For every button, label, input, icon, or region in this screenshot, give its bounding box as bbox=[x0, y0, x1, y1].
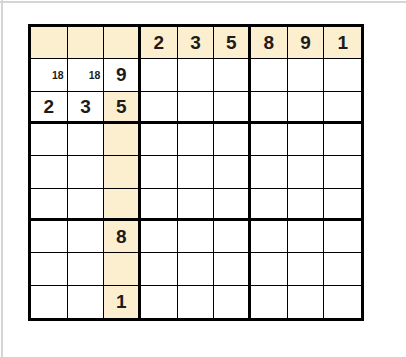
grid-cell-r1c2[interactable]: 9 bbox=[104, 59, 141, 91]
grid-cell-r2c7[interactable] bbox=[288, 92, 325, 124]
grid-cell-r4c8[interactable] bbox=[324, 156, 361, 188]
grid-cell-r1c8[interactable] bbox=[324, 59, 361, 91]
grid-cell-r7c5[interactable] bbox=[214, 253, 251, 285]
grid-cell-r8c2[interactable]: 1 bbox=[104, 286, 141, 318]
grid-cell-r7c8[interactable] bbox=[324, 253, 361, 285]
grid-cell-r4c4[interactable] bbox=[178, 156, 215, 188]
grid-cell-r4c0[interactable] bbox=[31, 156, 68, 188]
grid-cell-r6c2[interactable]: 8 bbox=[104, 221, 141, 253]
grid-cell-r7c3[interactable] bbox=[141, 253, 178, 285]
grid-cell-r4c1[interactable] bbox=[68, 156, 105, 188]
grid-cell-r2c6[interactable] bbox=[251, 92, 288, 124]
window-edge-left bbox=[1, 0, 3, 357]
grid-cell-r8c8[interactable] bbox=[324, 286, 361, 318]
sudoku-board: 2358911818923581 bbox=[28, 24, 364, 321]
grid-cell-r4c6[interactable] bbox=[251, 156, 288, 188]
grid-cell-r5c4[interactable] bbox=[178, 189, 215, 221]
grid-cell-r5c5[interactable] bbox=[214, 189, 251, 221]
grid-cell-r6c6[interactable] bbox=[251, 221, 288, 253]
grid-cell-r5c6[interactable] bbox=[251, 189, 288, 221]
grid-cell-r4c3[interactable] bbox=[141, 156, 178, 188]
grid-cell-r2c2[interactable]: 5 bbox=[104, 92, 141, 124]
grid-cell-r5c8[interactable] bbox=[324, 189, 361, 221]
grid-cell-r4c5[interactable] bbox=[214, 156, 251, 188]
grid-cell-r8c3[interactable] bbox=[141, 286, 178, 318]
grid-cell-r6c7[interactable] bbox=[288, 221, 325, 253]
grid-cell-r0c2[interactable] bbox=[104, 27, 141, 59]
grid-cell-r2c3[interactable] bbox=[141, 92, 178, 124]
grid-cell-r7c6[interactable] bbox=[251, 253, 288, 285]
grid-cell-r5c1[interactable] bbox=[68, 189, 105, 221]
grid-cell-r2c5[interactable] bbox=[214, 92, 251, 124]
grid-cell-r8c5[interactable] bbox=[214, 286, 251, 318]
grid-cell-r0c8[interactable]: 1 bbox=[324, 27, 361, 59]
grid-cell-r8c4[interactable] bbox=[178, 286, 215, 318]
grid-cell-r0c7[interactable]: 9 bbox=[288, 27, 325, 59]
grid-cell-r4c2[interactable] bbox=[104, 156, 141, 188]
grid-cell-r0c1[interactable] bbox=[68, 27, 105, 59]
grid-cell-r3c3[interactable] bbox=[141, 124, 178, 156]
grid-cell-r1c4[interactable] bbox=[178, 59, 215, 91]
grid-cell-r6c4[interactable] bbox=[178, 221, 215, 253]
grid-cell-r3c1[interactable] bbox=[68, 124, 105, 156]
grid-cell-r2c4[interactable] bbox=[178, 92, 215, 124]
grid-cell-r1c1[interactable]: 18 bbox=[68, 59, 105, 91]
window-edge-top bbox=[0, 1, 406, 3]
grid-cell-r8c6[interactable] bbox=[251, 286, 288, 318]
grid-cell-r1c0[interactable]: 18 bbox=[31, 59, 68, 91]
grid-cell-r7c1[interactable] bbox=[68, 253, 105, 285]
grid-cell-r7c2[interactable] bbox=[104, 253, 141, 285]
grid-cell-r0c3[interactable]: 2 bbox=[141, 27, 178, 59]
grid-cell-r1c6[interactable] bbox=[251, 59, 288, 91]
grid-cell-r0c6[interactable]: 8 bbox=[251, 27, 288, 59]
grid-cell-r5c3[interactable] bbox=[141, 189, 178, 221]
grid-cell-r3c6[interactable] bbox=[251, 124, 288, 156]
grid-cell-r6c3[interactable] bbox=[141, 221, 178, 253]
grid-cell-r6c8[interactable] bbox=[324, 221, 361, 253]
grid-cell-r1c7[interactable] bbox=[288, 59, 325, 91]
grid-cell-r3c2[interactable] bbox=[104, 124, 141, 156]
grid-cell-r3c8[interactable] bbox=[324, 124, 361, 156]
grid-cell-r7c4[interactable] bbox=[178, 253, 215, 285]
grid-cell-r5c2[interactable] bbox=[104, 189, 141, 221]
grid-cell-r5c0[interactable] bbox=[31, 189, 68, 221]
grid-cell-r6c5[interactable] bbox=[214, 221, 251, 253]
grid-cell-r2c1[interactable]: 3 bbox=[68, 92, 105, 124]
grid-cell-r1c5[interactable] bbox=[214, 59, 251, 91]
grid-cell-r3c4[interactable] bbox=[178, 124, 215, 156]
grid-cell-r3c5[interactable] bbox=[214, 124, 251, 156]
screenshot-canvas: 2358911818923581 bbox=[0, 0, 406, 357]
grid-cell-r7c0[interactable] bbox=[31, 253, 68, 285]
grid-cell-r0c5[interactable]: 5 bbox=[214, 27, 251, 59]
grid-cell-r5c7[interactable] bbox=[288, 189, 325, 221]
grid-cell-r7c7[interactable] bbox=[288, 253, 325, 285]
grid-cell-r6c0[interactable] bbox=[31, 221, 68, 253]
grid-cell-r1c3[interactable] bbox=[141, 59, 178, 91]
grid-cell-r8c0[interactable] bbox=[31, 286, 68, 318]
grid-cell-r8c7[interactable] bbox=[288, 286, 325, 318]
grid-cell-r0c0[interactable] bbox=[31, 27, 68, 59]
grid-cell-r2c0[interactable]: 2 bbox=[31, 92, 68, 124]
grid-cell-r4c7[interactable] bbox=[288, 156, 325, 188]
grid-cell-r3c7[interactable] bbox=[288, 124, 325, 156]
grid-cell-r8c1[interactable] bbox=[68, 286, 105, 318]
grid-cell-r0c4[interactable]: 3 bbox=[178, 27, 215, 59]
grid-cell-r2c8[interactable] bbox=[324, 92, 361, 124]
grid-cell-r6c1[interactable] bbox=[68, 221, 105, 253]
grid-cell-r3c0[interactable] bbox=[31, 124, 68, 156]
